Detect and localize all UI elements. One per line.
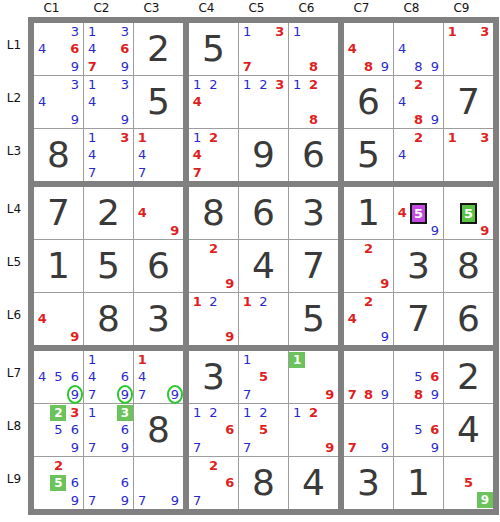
candidate-9[interactable]: 9 xyxy=(427,58,443,75)
cell-value: 1 xyxy=(34,240,83,292)
candidate-8[interactable]: 8 xyxy=(410,111,426,128)
cell-L2C3[interactable]: 5 xyxy=(134,76,183,128)
candidate-4[interactable]: 4 xyxy=(134,368,150,385)
candidate-2[interactable]: 2 xyxy=(305,76,321,93)
candidate-1[interactable]: 1 xyxy=(239,404,255,421)
candidate-2[interactable]: 2 xyxy=(305,404,321,421)
candidate-6[interactable]: 6 xyxy=(427,368,443,385)
candidate-1[interactable]: 1 xyxy=(289,76,305,93)
cell-L4C7[interactable]: 1 xyxy=(344,187,393,239)
candidate-9-circled[interactable]: 9 xyxy=(67,386,83,403)
candidate-9[interactable]: 9 xyxy=(427,386,443,403)
cell-L8C6[interactable]: 129 xyxy=(289,404,338,456)
candidate-9[interactable]: 9 xyxy=(117,492,133,509)
candidate-4[interactable]: 4 xyxy=(134,146,150,163)
candidate-1[interactable]: 1 xyxy=(189,404,205,421)
candidate-digit: 9 xyxy=(477,492,493,508)
cell-value: 4 xyxy=(239,240,288,292)
cell-L9C2[interactable]: 679 xyxy=(84,457,133,509)
candidate-digit: 8 xyxy=(309,60,318,73)
candidate-4[interactable]: 4 xyxy=(34,310,50,327)
candidate-4[interactable]: 4 xyxy=(84,368,100,385)
candidate-6[interactable]: 6 xyxy=(67,421,83,438)
cell-value: 5 xyxy=(84,240,133,292)
candidate-7[interactable]: 7 xyxy=(344,439,360,456)
candidate-7[interactable]: 7 xyxy=(84,386,100,403)
candidate-7[interactable]: 7 xyxy=(189,439,205,456)
cell-L8C4[interactable]: 1267 xyxy=(189,404,238,456)
candidate-4[interactable]: 4 xyxy=(189,146,205,163)
candidate-2[interactable]: 2 xyxy=(50,457,66,474)
cell-L6C7[interactable]: 249 xyxy=(344,293,393,345)
candidate-9-circled[interactable]: 9 xyxy=(167,386,183,403)
candidate-6[interactable]: 6 xyxy=(67,40,83,57)
candidate-2[interactable]: 2 xyxy=(255,404,271,421)
candidate-2[interactable]: 2 xyxy=(410,76,426,93)
candidate-9[interactable]: 9 xyxy=(117,439,133,456)
candidate-7[interactable]: 7 xyxy=(344,386,360,403)
candidate-2[interactable]: 2 xyxy=(255,293,271,310)
candidate-1-green-box[interactable]: 1 xyxy=(289,351,305,368)
candidate-5[interactable]: 5 xyxy=(50,421,66,438)
candidate-9[interactable]: 9 xyxy=(377,386,393,403)
candidate-2[interactable]: 2 xyxy=(255,76,271,93)
candidate-8[interactable]: 8 xyxy=(360,58,376,75)
candidate-9[interactable]: 9 xyxy=(377,328,393,345)
candidate-digit: 1 xyxy=(88,25,96,38)
candidate-4[interactable]: 4 xyxy=(34,93,50,110)
candidate-1[interactable]: 1 xyxy=(189,76,205,93)
candidate-9[interactable]: 9 xyxy=(67,439,83,456)
candidate-9[interactable]: 9 xyxy=(117,58,133,75)
candidate-digit: 4 xyxy=(38,370,46,383)
candidate-digit: 2 xyxy=(309,406,318,419)
cell-L5C7[interactable]: 29 xyxy=(344,240,393,292)
candidate-digit: 8 xyxy=(309,113,318,126)
col-label-C2: C2 xyxy=(93,1,109,15)
candidate-3[interactable]: 3 xyxy=(117,23,133,40)
cell-L7C4[interactable]: 3 xyxy=(189,351,238,403)
col-label-C7: C7 xyxy=(353,1,369,15)
cell-L8C5[interactable]: 1257 xyxy=(239,404,288,456)
cell-L7C3[interactable]: 1479 xyxy=(134,351,183,403)
candidate-7[interactable]: 7 xyxy=(189,164,205,181)
candidate-digit: 9 xyxy=(71,494,79,507)
candidate-1[interactable]: 1 xyxy=(189,129,205,146)
candidate-4[interactable]: 4 xyxy=(34,40,50,57)
cell-L7C2[interactable]: 14679 xyxy=(84,351,133,403)
candidate-digit: 5 xyxy=(414,370,422,383)
candidate-digit: 5 xyxy=(460,203,476,224)
cell-L1C1[interactable]: 3469 xyxy=(34,23,83,75)
candidate-digit: 7 xyxy=(193,441,201,454)
cell-L4C4[interactable]: 8 xyxy=(189,187,238,239)
candidate-digit: 7 xyxy=(88,166,96,179)
cell-L6C8[interactable]: 7 xyxy=(394,293,443,345)
cell-value: 2 xyxy=(84,187,133,239)
candidate-2[interactable]: 2 xyxy=(205,293,221,310)
cell-L2C9[interactable]: 7 xyxy=(444,76,493,128)
candidate-3[interactable]: 3 xyxy=(67,23,83,40)
cell-L1C3[interactable]: 2 xyxy=(134,23,183,75)
cell-value: 2 xyxy=(444,351,493,403)
candidate-digit: 8 xyxy=(414,388,423,401)
cell-L2C2[interactable]: 1349 xyxy=(84,76,133,128)
candidate-6[interactable]: 6 xyxy=(67,368,83,385)
candidate-1[interactable]: 1 xyxy=(239,293,255,310)
cell-L1C8[interactable]: 489 xyxy=(394,23,443,75)
row-label-L1: L1 xyxy=(7,38,21,52)
cell-L5C4[interactable]: 29 xyxy=(189,240,238,292)
candidate-2[interactable]: 2 xyxy=(360,240,376,257)
sudoku-app: C1C2C3C4C5C6C7C8C9 L1L2L3L4L5L6L7L8L9 34… xyxy=(0,0,500,522)
candidate-3[interactable]: 3 xyxy=(117,129,133,146)
cell-L2C6[interactable]: 128 xyxy=(289,76,338,128)
cell-L5C3[interactable]: 6 xyxy=(134,240,183,292)
col-label-C6: C6 xyxy=(298,1,314,15)
candidate-digit: 6 xyxy=(71,370,79,383)
candidate-digit: 9 xyxy=(117,385,133,404)
candidate-5[interactable]: 5 xyxy=(255,368,271,385)
candidate-5-purple-box[interactable]: 5 xyxy=(410,204,426,221)
candidate-digit: 7 xyxy=(138,494,146,507)
candidate-digit: 9 xyxy=(171,494,179,507)
candidate-1[interactable]: 1 xyxy=(189,293,205,310)
cell-L6C6[interactable]: 5 xyxy=(289,293,338,345)
candidate-6[interactable]: 6 xyxy=(117,368,133,385)
candidate-1[interactable]: 1 xyxy=(289,404,305,421)
cell-L4C5[interactable]: 6 xyxy=(239,187,288,239)
cell-L6C1[interactable]: 49 xyxy=(34,293,83,345)
cell-value: 8 xyxy=(34,129,83,181)
candidate-digit: 4 xyxy=(398,95,406,108)
col-label-C3: C3 xyxy=(143,1,159,15)
candidate-8[interactable]: 8 xyxy=(360,386,376,403)
candidate-digit: 2 xyxy=(209,242,218,255)
candidate-6[interactable]: 6 xyxy=(67,474,83,491)
cell-L5C2[interactable]: 5 xyxy=(84,240,133,292)
candidate-4[interactable]: 4 xyxy=(134,204,150,221)
candidate-4[interactable]: 4 xyxy=(84,146,100,163)
candidate-6[interactable]: 6 xyxy=(117,474,133,491)
candidate-1[interactable]: 1 xyxy=(239,23,255,40)
cell-L9C4[interactable]: 267 xyxy=(189,457,238,509)
candidate-1[interactable]: 1 xyxy=(84,76,100,93)
candidate-8[interactable]: 8 xyxy=(410,386,426,403)
candidate-3[interactable]: 3 xyxy=(272,76,288,93)
cell-value: 8 xyxy=(239,457,288,509)
cell-L9C6[interactable]: 4 xyxy=(289,457,338,509)
cell-L6C5[interactable]: 12 xyxy=(239,293,288,345)
candidate-digit: 7 xyxy=(243,388,251,401)
candidate-digit: 4 xyxy=(193,148,202,161)
candidate-digit: 4 xyxy=(88,95,96,108)
candidate-9[interactable]: 9 xyxy=(377,58,393,75)
candidate-5[interactable]: 5 xyxy=(460,474,476,491)
candidate-digit: 4 xyxy=(398,42,406,55)
candidate-9[interactable]: 9 xyxy=(67,111,83,128)
candidate-digit: 5 xyxy=(54,423,62,436)
candidate-3[interactable]: 3 xyxy=(477,23,493,40)
candidate-2[interactable]: 2 xyxy=(410,129,426,146)
cell-L1C5[interactable]: 137 xyxy=(239,23,288,75)
cell-L4C2[interactable]: 2 xyxy=(84,187,133,239)
candidate-4[interactable]: 4 xyxy=(34,368,50,385)
candidate-digit: 1 xyxy=(293,25,301,38)
candidate-digit: 1 xyxy=(243,78,251,91)
cell-L4C3[interactable]: 49 xyxy=(134,187,183,239)
candidate-9[interactable]: 9 xyxy=(117,111,133,128)
candidate-9[interactable]: 9 xyxy=(427,111,443,128)
candidate-9[interactable]: 9 xyxy=(67,328,83,345)
candidate-digit: 4 xyxy=(193,95,202,108)
candidate-1[interactable]: 1 xyxy=(239,76,255,93)
cell-L3C2[interactable]: 1347 xyxy=(84,129,133,181)
cell-value: 7 xyxy=(394,293,443,345)
candidate-digit: 4 xyxy=(398,206,407,219)
candidate-1[interactable]: 1 xyxy=(134,129,150,146)
cell-value: 3 xyxy=(394,240,443,292)
cell-L1C4[interactable]: 5 xyxy=(189,23,238,75)
cell-L7C1[interactable]: 4569 xyxy=(34,351,83,403)
candidate-9[interactable]: 9 xyxy=(67,492,83,509)
candidate-digit: 2 xyxy=(259,78,267,91)
candidate-1[interactable]: 1 xyxy=(444,23,460,40)
candidate-digit: 1 xyxy=(289,352,305,368)
cell-L8C8[interactable]: 569 xyxy=(394,404,443,456)
cell-L5C6[interactable]: 7 xyxy=(289,240,338,292)
cell-L6C4[interactable]: 129 xyxy=(189,293,238,345)
cell-L5C8[interactable]: 3 xyxy=(394,240,443,292)
candidate-6[interactable]: 6 xyxy=(117,40,133,57)
cell-value: 3 xyxy=(134,293,183,345)
cell-L1C2[interactable]: 134679 xyxy=(84,23,133,75)
cell-value: 8 xyxy=(444,240,493,292)
candidate-3[interactable]: 3 xyxy=(117,76,133,93)
candidate-4[interactable]: 4 xyxy=(394,93,410,110)
candidate-digit: 9 xyxy=(325,441,334,454)
candidate-8[interactable]: 8 xyxy=(410,58,426,75)
cell-L6C2[interactable]: 8 xyxy=(84,293,133,345)
candidate-5[interactable]: 5 xyxy=(50,368,66,385)
candidate-digit: 1 xyxy=(243,353,251,366)
candidate-9[interactable]: 9 xyxy=(322,386,338,403)
cell-value: 6 xyxy=(444,293,493,345)
cell-L8C9[interactable]: 4 xyxy=(444,404,493,456)
candidate-4[interactable]: 4 xyxy=(394,204,410,221)
cell-L4C8[interactable]: 459 xyxy=(394,187,443,239)
cell-L1C9[interactable]: 13 xyxy=(444,23,493,75)
box-9: 789568927956943159 xyxy=(344,351,493,509)
candidate-5-green-box[interactable]: 5 xyxy=(50,474,66,491)
candidate-3[interactable]: 3 xyxy=(477,129,493,146)
candidate-9[interactable]: 9 xyxy=(167,222,183,239)
cell-L7C9[interactable]: 2 xyxy=(444,351,493,403)
cell-L9C9[interactable]: 59 xyxy=(444,457,493,509)
candidate-1[interactable]: 1 xyxy=(444,129,460,146)
cell-L7C5[interactable]: 157 xyxy=(239,351,288,403)
candidate-7[interactable]: 7 xyxy=(84,439,100,456)
cell-L2C8[interactable]: 2489 xyxy=(394,76,443,128)
candidate-9-circled[interactable]: 9 xyxy=(117,386,133,403)
candidate-1[interactable]: 1 xyxy=(289,23,305,40)
box-7: 456914679147923569136798256967979 xyxy=(34,351,183,509)
candidate-4[interactable]: 4 xyxy=(84,93,100,110)
candidate-digit: 3 xyxy=(71,78,79,91)
cell-L7C6[interactable]: 19 xyxy=(289,351,338,403)
candidate-7[interactable]: 7 xyxy=(134,164,150,181)
candidate-4[interactable]: 4 xyxy=(84,40,100,57)
candidate-9[interactable]: 9 xyxy=(222,328,238,345)
candidate-2[interactable]: 2 xyxy=(205,457,221,474)
candidate-2[interactable]: 2 xyxy=(205,240,221,257)
candidate-7[interactable]: 7 xyxy=(84,492,100,509)
candidate-2-green-box[interactable]: 2 xyxy=(50,404,66,421)
cell-L1C6[interactable]: 18 xyxy=(289,23,338,75)
candidate-digit: 9 xyxy=(325,388,334,401)
cell-L4C6[interactable]: 3 xyxy=(289,187,338,239)
candidate-digit: 8 xyxy=(414,60,422,73)
candidate-3-green-box[interactable]: 3 xyxy=(117,404,133,421)
candidate-digit: 1 xyxy=(88,353,96,366)
candidate-9[interactable]: 9 xyxy=(377,275,393,292)
cell-L7C8[interactable]: 5689 xyxy=(394,351,443,403)
candidate-4[interactable]: 4 xyxy=(344,310,360,327)
cell-L8C3[interactable]: 8 xyxy=(134,404,183,456)
cell-L2C4[interactable]: 124 xyxy=(189,76,238,128)
candidate-3[interactable]: 3 xyxy=(272,23,288,40)
candidate-digit: 8 xyxy=(364,388,373,401)
candidate-1[interactable]: 1 xyxy=(84,351,100,368)
candidate-digit: 5 xyxy=(464,476,473,489)
candidate-6[interactable]: 6 xyxy=(427,421,443,438)
candidate-digit: 2 xyxy=(209,295,217,308)
candidate-8[interactable]: 8 xyxy=(305,58,321,75)
cell-L9C5[interactable]: 8 xyxy=(239,457,288,509)
candidate-7[interactable]: 7 xyxy=(189,492,205,509)
cell-L3C9[interactable]: 13 xyxy=(444,129,493,181)
cell-L9C8[interactable]: 1 xyxy=(394,457,443,509)
candidate-digit: 9 xyxy=(70,330,79,343)
candidate-9[interactable]: 9 xyxy=(167,492,183,509)
cell-L3C5[interactable]: 9 xyxy=(239,129,288,181)
candidate-digit: 7 xyxy=(88,494,96,507)
candidate-8[interactable]: 8 xyxy=(305,111,321,128)
candidate-digit: 6 xyxy=(71,476,79,489)
candidate-9[interactable]: 9 xyxy=(377,439,393,456)
cell-L7C7[interactable]: 789 xyxy=(344,351,393,403)
box-5: 8632947129125 xyxy=(189,187,338,345)
candidate-5[interactable]: 5 xyxy=(410,368,426,385)
candidate-digit: 3 xyxy=(121,25,129,38)
cell-L3C1[interactable]: 8 xyxy=(34,129,83,181)
cell-L4C9[interactable]: 59 xyxy=(444,187,493,239)
cell-L8C1[interactable]: 23569 xyxy=(34,404,83,456)
candidate-digit: 2 xyxy=(259,406,267,419)
candidate-2[interactable]: 2 xyxy=(205,76,221,93)
candidate-digit: 1 xyxy=(293,406,301,419)
cell-L9C3[interactable]: 79 xyxy=(134,457,183,509)
cell-L5C9[interactable]: 8 xyxy=(444,240,493,292)
candidate-4[interactable]: 4 xyxy=(189,93,205,110)
candidate-1[interactable]: 1 xyxy=(84,23,100,40)
candidate-9[interactable]: 9 xyxy=(322,439,338,456)
candidate-9[interactable]: 9 xyxy=(427,439,443,456)
candidate-4[interactable]: 4 xyxy=(394,146,410,163)
candidate-5-green-box[interactable]: 5 xyxy=(460,204,476,221)
cell-L9C1[interactable]: 2569 xyxy=(34,457,83,509)
candidate-7[interactable]: 7 xyxy=(239,58,255,75)
candidate-9[interactable]: 9 xyxy=(427,222,443,239)
cell-L2C7[interactable]: 6 xyxy=(344,76,393,128)
candidate-7[interactable]: 7 xyxy=(239,386,255,403)
cell-L8C7[interactable]: 79 xyxy=(344,404,393,456)
candidate-9-green-box[interactable]: 9 xyxy=(477,492,493,509)
cell-L3C8[interactable]: 24 xyxy=(394,129,443,181)
candidate-2[interactable]: 2 xyxy=(205,404,221,421)
candidate-7[interactable]: 7 xyxy=(134,492,150,509)
cell-L5C1[interactable]: 1 xyxy=(34,240,83,292)
candidate-6[interactable]: 6 xyxy=(222,421,238,438)
cell-value: 5 xyxy=(344,129,393,181)
cell-L2C1[interactable]: 349 xyxy=(34,76,83,128)
cell-value: 1 xyxy=(344,187,393,239)
candidate-9[interactable]: 9 xyxy=(67,58,83,75)
candidate-6[interactable]: 6 xyxy=(117,421,133,438)
candidate-digit: 4 xyxy=(88,370,96,383)
candidate-7[interactable]: 7 xyxy=(84,58,100,75)
candidate-digit: 5 xyxy=(259,423,268,436)
candidate-2[interactable]: 2 xyxy=(205,129,221,146)
cell-L9C7[interactable]: 3 xyxy=(344,457,393,509)
candidate-3[interactable]: 3 xyxy=(67,76,83,93)
cell-L3C3[interactable]: 147 xyxy=(134,129,183,181)
candidate-5[interactable]: 5 xyxy=(410,421,426,438)
row-label-L9: L9 xyxy=(7,472,21,486)
cell-L4C1[interactable]: 7 xyxy=(34,187,83,239)
candidate-1[interactable]: 1 xyxy=(84,404,100,421)
cell-L8C2[interactable]: 13679 xyxy=(84,404,133,456)
candidate-9[interactable]: 9 xyxy=(477,222,493,239)
candidate-2[interactable]: 2 xyxy=(360,293,376,310)
candidate-7[interactable]: 7 xyxy=(84,164,100,181)
candidate-digit: 6 xyxy=(70,42,79,55)
col-label-C1: C1 xyxy=(43,1,59,15)
cell-L3C6[interactable]: 6 xyxy=(289,129,338,181)
cell-L3C7[interactable]: 5 xyxy=(344,129,393,181)
candidate-1[interactable]: 1 xyxy=(239,351,255,368)
candidate-4[interactable]: 4 xyxy=(344,40,360,57)
candidate-digit: 2 xyxy=(309,78,318,91)
candidate-5[interactable]: 5 xyxy=(255,421,271,438)
cell-L6C3[interactable]: 3 xyxy=(134,293,183,345)
candidate-7[interactable]: 7 xyxy=(134,386,150,403)
candidate-7[interactable]: 7 xyxy=(239,439,255,456)
candidate-1[interactable]: 1 xyxy=(84,129,100,146)
candidate-4[interactable]: 4 xyxy=(394,40,410,57)
cell-L5C5[interactable]: 4 xyxy=(239,240,288,292)
cell-L3C4[interactable]: 1247 xyxy=(189,129,238,181)
candidate-6[interactable]: 6 xyxy=(222,474,238,491)
cell-L6C9[interactable]: 6 xyxy=(444,293,493,345)
candidate-9[interactable]: 9 xyxy=(222,275,238,292)
candidate-3[interactable]: 3 xyxy=(67,404,83,421)
candidate-1[interactable]: 1 xyxy=(134,351,150,368)
cell-L1C7[interactable]: 489 xyxy=(344,23,393,75)
cell-L2C5[interactable]: 123 xyxy=(239,76,288,128)
candidate-digit: 7 xyxy=(138,166,146,179)
candidate-digit: 1 xyxy=(193,295,202,308)
